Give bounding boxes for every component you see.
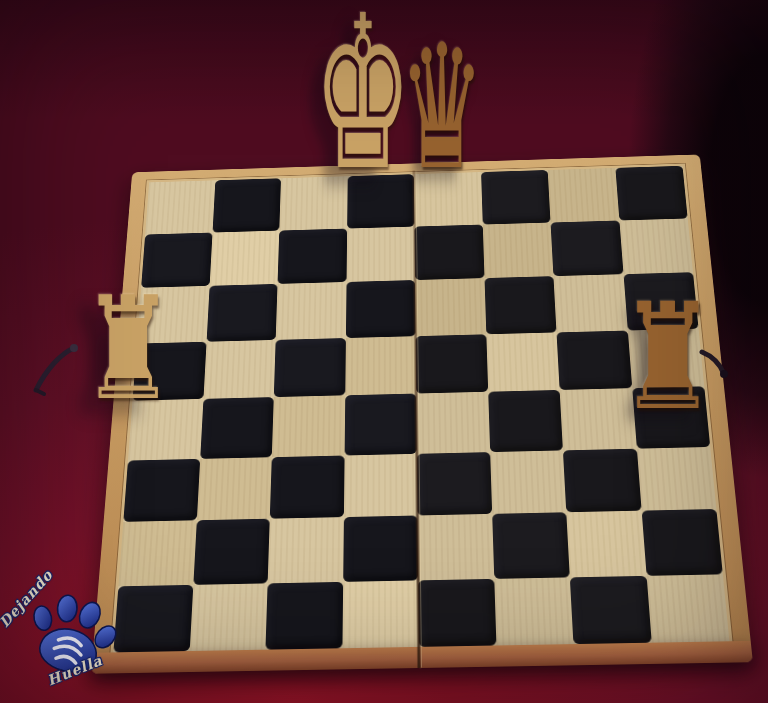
photo-stage: ♚♛♜♜ Dejando Huella	[0, 0, 768, 703]
square-d3[interactable]	[343, 453, 417, 517]
square-d1[interactable]	[342, 580, 419, 648]
square-f5[interactable]	[486, 332, 560, 392]
square-h2[interactable]	[641, 509, 723, 575]
square-f2[interactable]	[492, 512, 570, 578]
square-c5[interactable]	[274, 338, 346, 397]
square-h1[interactable]	[646, 574, 729, 643]
square-b2[interactable]	[193, 519, 270, 585]
square-c1[interactable]	[265, 581, 342, 649]
square-g8[interactable]	[548, 168, 619, 222]
piece-black-rook-h5[interactable]: ♜	[619, 284, 717, 431]
piece-white-king-d8[interactable]: ♚	[314, 0, 413, 200]
square-c4[interactable]	[272, 395, 345, 456]
square-e4[interactable]	[416, 392, 490, 454]
square-c2[interactable]	[268, 517, 344, 583]
square-b6[interactable]	[206, 284, 277, 341]
square-b1[interactable]	[189, 583, 267, 651]
square-f7[interactable]	[482, 222, 553, 278]
square-g2[interactable]	[566, 511, 646, 577]
square-c6[interactable]	[276, 282, 346, 340]
square-c3[interactable]	[270, 455, 344, 519]
piece-white-rook-a5[interactable]: ♜	[81, 278, 175, 420]
square-f4[interactable]	[488, 390, 563, 452]
square-d7[interactable]	[346, 226, 415, 282]
square-d2[interactable]	[343, 515, 418, 581]
square-a8[interactable]	[145, 180, 215, 234]
square-b4[interactable]	[200, 397, 274, 458]
square-b8[interactable]	[212, 178, 281, 232]
square-h3[interactable]	[636, 447, 716, 511]
square-e5[interactable]	[416, 334, 488, 394]
square-e3[interactable]	[417, 452, 492, 516]
square-h7[interactable]	[619, 218, 693, 274]
square-f6[interactable]	[484, 276, 556, 334]
watermark: Dejando Huella	[0, 575, 160, 703]
square-e1[interactable]	[418, 578, 496, 646]
piece-black-queen-e8[interactable]: ♛	[400, 22, 485, 194]
square-b5[interactable]	[203, 340, 276, 399]
square-e7[interactable]	[414, 224, 484, 280]
square-e6[interactable]	[415, 278, 486, 336]
board-clasp-left-icon	[24, 340, 82, 400]
square-d4[interactable]	[344, 394, 417, 456]
square-b3[interactable]	[196, 457, 271, 520]
square-f3[interactable]	[490, 450, 567, 514]
square-f1[interactable]	[494, 577, 574, 646]
square-f8[interactable]	[481, 170, 551, 224]
square-a3[interactable]	[123, 458, 199, 521]
square-d6[interactable]	[345, 280, 415, 338]
square-g7[interactable]	[551, 220, 624, 276]
square-b7[interactable]	[209, 230, 279, 286]
square-g6[interactable]	[553, 274, 627, 332]
square-g1[interactable]	[570, 575, 651, 644]
square-g3[interactable]	[563, 448, 641, 512]
square-h8[interactable]	[615, 166, 688, 220]
square-d5[interactable]	[345, 336, 416, 396]
square-c7[interactable]	[278, 228, 347, 284]
square-e2[interactable]	[417, 514, 493, 580]
